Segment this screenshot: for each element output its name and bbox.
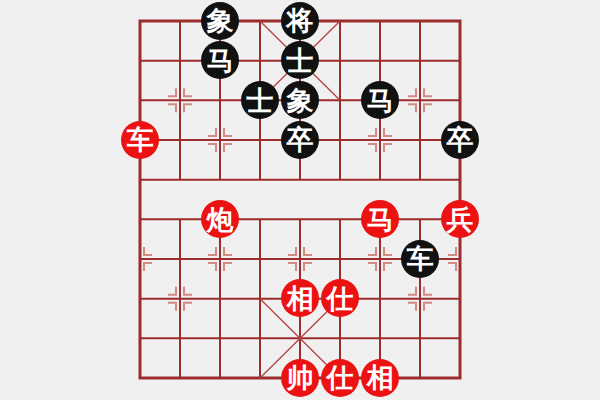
point-g3[interactable]: 马 (360, 80, 400, 120)
xiangqi-app: 象将马士士象马车卒卒炮马兵车相仕帅仕相 (0, 0, 600, 400)
point-c1[interactable]: 象 (200, 1, 240, 41)
point-e5[interactable] (280, 160, 320, 200)
point-g1[interactable] (360, 1, 400, 41)
black-general[interactable]: 将 (281, 2, 319, 40)
point-a9[interactable] (120, 318, 160, 358)
point-g6[interactable]: 马 (360, 199, 400, 239)
point-i8[interactable] (440, 279, 480, 319)
point-f4[interactable] (320, 120, 360, 160)
point-e9[interactable] (280, 318, 320, 358)
black-soldier[interactable]: 卒 (281, 121, 319, 159)
black-chariot[interactable]: 车 (401, 240, 439, 278)
point-b2[interactable] (160, 41, 200, 81)
point-i9[interactable] (440, 318, 480, 358)
point-i7[interactable] (440, 239, 480, 279)
point-a3[interactable] (120, 80, 160, 120)
point-e3[interactable]: 象 (280, 80, 320, 120)
point-f3[interactable] (320, 80, 360, 120)
point-b4[interactable] (160, 120, 200, 160)
point-f7[interactable] (320, 239, 360, 279)
point-e8[interactable]: 相 (280, 279, 320, 319)
point-b5[interactable] (160, 160, 200, 200)
point-e7[interactable] (280, 239, 320, 279)
point-b7[interactable] (160, 239, 200, 279)
point-c7[interactable] (200, 239, 240, 279)
point-b1[interactable] (160, 1, 200, 41)
xiangqi-board[interactable]: 象将马士士象马车卒卒炮马兵车相仕帅仕相 (120, 1, 480, 398)
point-c3[interactable] (200, 80, 240, 120)
point-i10[interactable] (440, 358, 480, 398)
point-h3[interactable] (400, 80, 440, 120)
point-d9[interactable] (240, 318, 280, 358)
point-h2[interactable] (400, 41, 440, 81)
point-b8[interactable] (160, 279, 200, 319)
point-b9[interactable] (160, 318, 200, 358)
point-a4[interactable]: 车 (120, 120, 160, 160)
point-f9[interactable] (320, 318, 360, 358)
red-soldier[interactable]: 兵 (441, 200, 479, 238)
point-i4[interactable]: 卒 (440, 120, 480, 160)
point-c9[interactable] (200, 318, 240, 358)
point-f2[interactable] (320, 41, 360, 81)
red-horse[interactable]: 马 (361, 200, 399, 238)
point-a1[interactable] (120, 1, 160, 41)
point-d7[interactable] (240, 239, 280, 279)
black-elephant[interactable]: 象 (281, 81, 319, 119)
black-horse[interactable]: 马 (361, 81, 399, 119)
point-g9[interactable] (360, 318, 400, 358)
point-h7[interactable]: 车 (400, 239, 440, 279)
point-e6[interactable] (280, 199, 320, 239)
point-d2[interactable] (240, 41, 280, 81)
point-d6[interactable] (240, 199, 280, 239)
point-f1[interactable] (320, 1, 360, 41)
point-i1[interactable] (440, 1, 480, 41)
point-f8[interactable]: 仕 (320, 279, 360, 319)
point-h8[interactable] (400, 279, 440, 319)
point-h5[interactable] (400, 160, 440, 200)
point-d8[interactable] (240, 279, 280, 319)
point-c10[interactable] (200, 358, 240, 398)
red-elephant[interactable]: 相 (281, 279, 319, 317)
black-advisor[interactable]: 士 (281, 41, 319, 79)
black-horse[interactable]: 马 (201, 41, 239, 79)
point-f10[interactable]: 仕 (320, 358, 360, 398)
point-d4[interactable] (240, 120, 280, 160)
point-b10[interactable] (160, 358, 200, 398)
point-c6[interactable]: 炮 (200, 199, 240, 239)
point-c4[interactable] (200, 120, 240, 160)
point-g4[interactable] (360, 120, 400, 160)
point-g7[interactable] (360, 239, 400, 279)
point-a8[interactable] (120, 279, 160, 319)
red-advisor[interactable]: 仕 (321, 359, 359, 397)
point-d10[interactable] (240, 358, 280, 398)
point-e1[interactable]: 将 (280, 1, 320, 41)
point-i2[interactable] (440, 41, 480, 81)
point-h6[interactable] (400, 199, 440, 239)
point-e2[interactable]: 士 (280, 41, 320, 81)
point-i5[interactable] (440, 160, 480, 200)
point-a2[interactable] (120, 41, 160, 81)
red-general[interactable]: 帅 (281, 359, 319, 397)
point-f5[interactable] (320, 160, 360, 200)
point-e10[interactable]: 帅 (280, 358, 320, 398)
point-e4[interactable]: 卒 (280, 120, 320, 160)
point-g8[interactable] (360, 279, 400, 319)
point-d3[interactable]: 士 (240, 80, 280, 120)
black-soldier[interactable]: 卒 (441, 121, 479, 159)
point-a7[interactable] (120, 239, 160, 279)
point-c5[interactable] (200, 160, 240, 200)
point-d5[interactable] (240, 160, 280, 200)
point-g5[interactable] (360, 160, 400, 200)
red-advisor[interactable]: 仕 (321, 279, 359, 317)
red-chariot[interactable]: 车 (121, 121, 159, 159)
point-g10[interactable]: 相 (360, 358, 400, 398)
point-a10[interactable] (120, 358, 160, 398)
point-b3[interactable] (160, 80, 200, 120)
red-cannon[interactable]: 炮 (201, 200, 239, 238)
point-h1[interactable] (400, 1, 440, 41)
point-c8[interactable] (200, 279, 240, 319)
point-h9[interactable] (400, 318, 440, 358)
point-b6[interactable] (160, 199, 200, 239)
point-a6[interactable] (120, 199, 160, 239)
point-c2[interactable]: 马 (200, 41, 240, 81)
point-i6[interactable]: 兵 (440, 199, 480, 239)
point-i3[interactable] (440, 80, 480, 120)
red-elephant[interactable]: 相 (361, 359, 399, 397)
point-h4[interactable] (400, 120, 440, 160)
point-g2[interactable] (360, 41, 400, 81)
point-h10[interactable] (400, 358, 440, 398)
point-f6[interactable] (320, 199, 360, 239)
black-advisor[interactable]: 士 (241, 81, 279, 119)
point-d1[interactable] (240, 1, 280, 41)
black-elephant[interactable]: 象 (201, 2, 239, 40)
point-a5[interactable] (120, 160, 160, 200)
